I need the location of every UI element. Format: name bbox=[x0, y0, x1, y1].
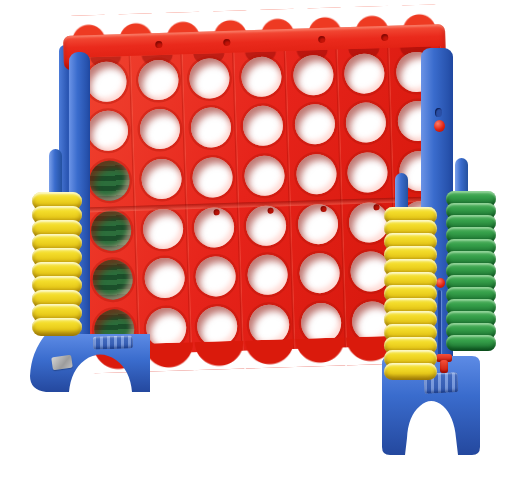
board-hole-r3c5 bbox=[296, 154, 337, 195]
board-hole-r5c1 bbox=[92, 260, 133, 301]
board-hole-r2c4 bbox=[242, 106, 283, 147]
board-hole-r5c5 bbox=[299, 253, 340, 294]
board-hole-r4c4 bbox=[245, 205, 286, 246]
green-disc bbox=[446, 335, 496, 351]
board-hole-r2c3 bbox=[191, 107, 232, 148]
board-hole-r4c5 bbox=[297, 203, 338, 244]
board-hole-r2c5 bbox=[294, 104, 335, 145]
board-hole-r3c4 bbox=[244, 155, 285, 196]
right-yellow-disc-stack bbox=[384, 207, 437, 380]
board-hole-r1c4 bbox=[241, 56, 282, 97]
board-hole-r1c6 bbox=[344, 53, 385, 94]
giant-connect-four-photo bbox=[0, 0, 518, 480]
board-hole-r2c1 bbox=[87, 111, 128, 152]
left-foot-logo-plate bbox=[93, 335, 133, 349]
left-foot-sticker bbox=[51, 355, 73, 371]
board-hole-r1c2 bbox=[137, 59, 178, 100]
board-hole-r4c1 bbox=[90, 210, 131, 251]
release-knob-icon bbox=[436, 278, 445, 288]
board-hole-r5c4 bbox=[247, 255, 288, 296]
board-hole-r2c6 bbox=[346, 102, 387, 143]
release-knob-icon bbox=[434, 120, 445, 132]
yellow-disc bbox=[32, 318, 82, 336]
board-hole-r1c5 bbox=[292, 54, 333, 95]
board-hole-r4c2 bbox=[142, 208, 183, 249]
board-hole-r3c2 bbox=[141, 159, 182, 200]
left-foot bbox=[20, 328, 155, 403]
board-hole-r2c2 bbox=[139, 109, 180, 150]
board-hole-r1c1 bbox=[86, 61, 127, 102]
green-disc-stack bbox=[446, 191, 496, 351]
board-hole-r5c2 bbox=[144, 258, 185, 299]
rail-dimple bbox=[435, 108, 442, 117]
yellow-disc bbox=[384, 363, 437, 380]
board-hole-r3c6 bbox=[347, 152, 388, 193]
board-hole-r5c3 bbox=[195, 256, 236, 297]
board-hole-r1c3 bbox=[189, 58, 230, 99]
board-hole-r3c3 bbox=[192, 157, 233, 198]
release-handle-icon bbox=[440, 360, 448, 373]
left-yellow-disc-stack bbox=[32, 192, 82, 336]
board-hole-r3c1 bbox=[89, 160, 130, 201]
